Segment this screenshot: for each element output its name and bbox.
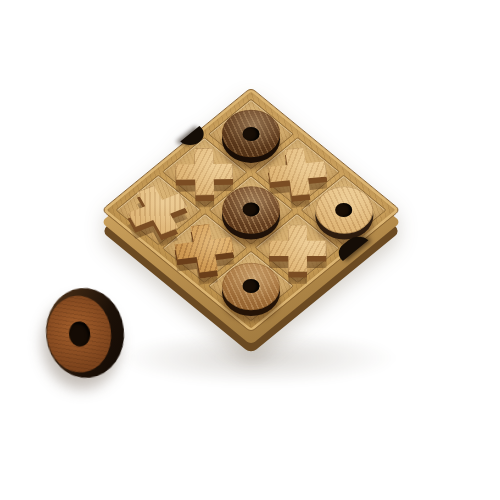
piece-x[interactable] xyxy=(265,145,330,198)
box-face xyxy=(101,87,401,333)
piece-x[interactable] xyxy=(268,224,326,272)
piece-x[interactable] xyxy=(175,148,234,196)
product-photo-scene xyxy=(0,0,500,500)
game-box xyxy=(145,104,357,316)
board-grid xyxy=(115,99,387,322)
piece-x[interactable] xyxy=(171,221,237,275)
piece-o-offboard[interactable] xyxy=(42,284,129,382)
